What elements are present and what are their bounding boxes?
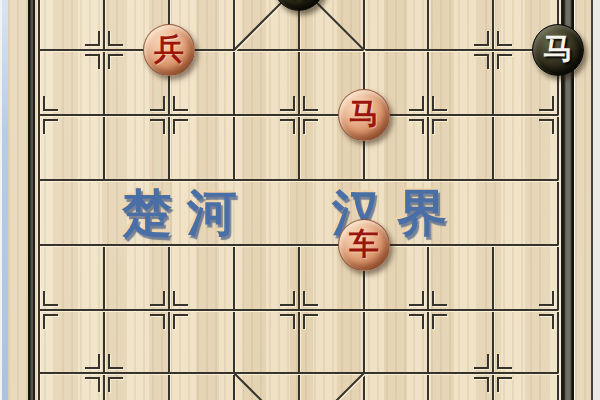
piece-character: 马: [349, 99, 379, 129]
piece-red-horse[interactable]: 马: [338, 89, 390, 141]
piece-black-horse[interactable]: 马: [532, 24, 584, 76]
piece-character: 马: [543, 34, 573, 64]
piece-red-chariot[interactable]: 车: [338, 219, 390, 271]
piece-character: 车: [349, 229, 379, 259]
piece-character: 兵: [154, 34, 184, 64]
board-border-strip-left: [28, 0, 35, 400]
piece-red-soldier[interactable]: 兵: [143, 24, 195, 76]
board-grid: [0, 0, 600, 400]
river-text-chu-he: 楚河: [122, 188, 252, 238]
xiangqi-app: 楚河 汉界 将兵马马车: [0, 0, 600, 400]
